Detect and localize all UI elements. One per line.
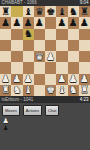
square-c7[interactable]: ♟ [23, 17, 34, 28]
square-b2[interactable]: ♟ [11, 74, 22, 85]
square-b5[interactable] [11, 40, 22, 51]
black-pawn-icon: ♟ [69, 18, 78, 28]
white-clock: 4:23 [80, 96, 89, 103]
square-d5[interactable] [34, 40, 45, 51]
square-e2[interactable] [45, 74, 56, 85]
square-c4[interactable] [23, 51, 34, 62]
white-knight-icon: ♞ [69, 85, 78, 95]
actions-button[interactable]: Actions [23, 105, 42, 116]
white-pawn-icon: ♟ [69, 74, 78, 84]
square-c2[interactable]: ♟ [23, 74, 34, 85]
white-player-name: tvErbium - 1041 [2, 96, 34, 103]
white-knight-icon: ♞ [12, 85, 21, 95]
square-f7[interactable]: ♟ [56, 17, 67, 28]
square-f3[interactable] [56, 62, 67, 73]
square-f1[interactable]: ♝ [56, 85, 67, 96]
white-queen-icon: ♛ [35, 52, 44, 62]
square-a8[interactable]: ♜ [0, 6, 11, 17]
white-pawn-icon: ♟ [57, 74, 66, 84]
control-panel: Moves Actions Chat ♟♟ [0, 103, 90, 131]
white-bishop-icon: ♝ [57, 85, 66, 95]
square-h4[interactable] [79, 51, 90, 62]
square-f4[interactable] [56, 51, 67, 62]
black-pawn-icon: ♟ [80, 18, 89, 28]
square-c3[interactable] [23, 62, 34, 73]
bottom-player-bar: tvErbium - 1041 4:23 [0, 96, 90, 103]
square-g5[interactable] [68, 40, 79, 51]
square-e5[interactable] [45, 40, 56, 51]
square-d4[interactable]: ♛ [34, 51, 45, 62]
captured-tray: ♟♟ [3, 118, 11, 131]
square-d3[interactable] [34, 62, 45, 73]
black-rook-icon: ♜ [1, 7, 10, 17]
square-d2[interactable] [34, 74, 45, 85]
square-e3[interactable] [45, 62, 56, 73]
square-b8[interactable] [11, 6, 22, 17]
button-row: Moves Actions Chat [2, 105, 90, 116]
black-pawn-icon: ♟ [35, 18, 44, 28]
white-rook-icon: ♜ [80, 85, 89, 95]
square-a4[interactable] [0, 51, 11, 62]
square-d1[interactable] [34, 85, 45, 96]
black-knight-icon: ♞ [69, 7, 78, 17]
square-c6[interactable]: ♞ [23, 29, 34, 40]
black-pawn-icon: ♟ [1, 18, 10, 28]
square-h7[interactable]: ♟ [79, 17, 90, 28]
black-pawn-icon: ♟ [57, 18, 66, 28]
square-d6[interactable] [34, 29, 45, 40]
square-a5[interactable] [0, 40, 11, 51]
white-king-icon: ♚ [46, 85, 55, 95]
square-g4[interactable] [68, 51, 79, 62]
black-pawn-icon: ♟ [24, 18, 33, 28]
black-king-icon: ♚ [46, 7, 55, 17]
square-e6[interactable] [45, 29, 56, 40]
black-rook-icon: ♜ [80, 7, 89, 17]
square-b4[interactable] [11, 51, 22, 62]
black-pawn-icon: ♟ [3, 125, 11, 132]
square-c8[interactable]: ♝ [23, 6, 34, 17]
square-f2[interactable]: ♟ [56, 74, 67, 85]
chat-button[interactable]: Chat [45, 105, 59, 116]
square-g3[interactable] [68, 62, 79, 73]
square-h1[interactable]: ♜ [79, 85, 90, 96]
square-c5[interactable] [23, 40, 34, 51]
square-e7[interactable] [45, 17, 56, 28]
square-b3[interactable] [11, 62, 22, 73]
black-bishop-icon: ♝ [57, 7, 66, 17]
square-f6[interactable] [56, 29, 67, 40]
moves-button[interactable]: Moves [2, 105, 20, 116]
black-knight-icon: ♞ [24, 29, 33, 39]
square-b1[interactable]: ♞ [11, 85, 22, 96]
white-rook-icon: ♜ [1, 85, 10, 95]
black-queen-icon: ♛ [35, 7, 44, 17]
square-b7[interactable]: ♟ [11, 17, 22, 28]
square-d7[interactable]: ♟ [34, 17, 45, 28]
square-h6[interactable] [79, 29, 90, 40]
square-f5[interactable] [56, 40, 67, 51]
square-d8[interactable]: ♛ [34, 6, 45, 17]
square-g6[interactable] [68, 29, 79, 40]
square-a7[interactable]: ♟ [0, 17, 11, 28]
square-a3[interactable] [0, 62, 11, 73]
white-pawn-icon: ♟ [24, 74, 33, 84]
black-pawn-icon: ♟ [12, 18, 21, 28]
square-h2[interactable]: ♟ [79, 74, 90, 85]
chess-board[interactable]: ♜♝♛♚♝♞♜♟♟♟♟♟♟♟♞♛♟♟♟♟♟♟♟♜♞♝♚♝♞♜ [0, 6, 90, 96]
white-pawn-icon: ♟ [80, 74, 89, 84]
square-g1[interactable]: ♞ [68, 85, 79, 96]
square-h5[interactable] [79, 40, 90, 51]
square-a2[interactable]: ♟ [0, 74, 11, 85]
square-h3[interactable] [79, 62, 90, 73]
black-bishop-icon: ♝ [24, 7, 33, 17]
square-a1[interactable]: ♜ [0, 85, 11, 96]
square-g7[interactable]: ♟ [68, 17, 79, 28]
square-g2[interactable]: ♟ [68, 74, 79, 85]
square-e8[interactable]: ♚ [45, 6, 56, 17]
square-e4[interactable]: ♟ [45, 51, 56, 62]
white-pawn-icon: ♟ [12, 74, 21, 84]
square-b6[interactable] [11, 29, 22, 40]
white-pawn-icon: ♟ [46, 52, 55, 62]
white-bishop-icon: ♝ [24, 85, 33, 95]
square-e1[interactable]: ♚ [45, 85, 56, 96]
square-a6[interactable] [0, 29, 11, 40]
square-h8[interactable]: ♜ [79, 6, 90, 17]
white-pawn-icon: ♟ [1, 74, 10, 84]
square-g8[interactable]: ♞ [68, 6, 79, 17]
square-c1[interactable]: ♝ [23, 85, 34, 96]
square-f8[interactable]: ♝ [56, 6, 67, 17]
